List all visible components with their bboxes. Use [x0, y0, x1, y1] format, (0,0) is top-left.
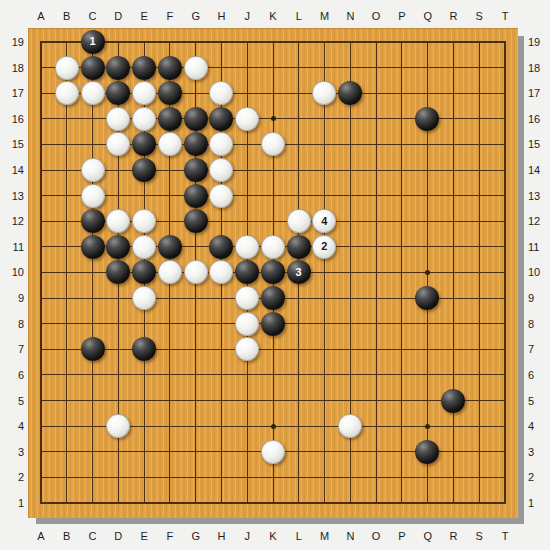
intersection-A7[interactable]: [28, 337, 54, 363]
intersection-B12[interactable]: [54, 208, 80, 234]
intersection-C12[interactable]: [80, 208, 106, 234]
intersection-T4[interactable]: [492, 413, 518, 439]
intersection-S4[interactable]: [466, 413, 492, 439]
intersection-O15[interactable]: [363, 132, 389, 158]
intersection-J13[interactable]: [234, 183, 260, 209]
intersection-H8[interactable]: [208, 311, 234, 337]
intersection-B8[interactable]: [54, 311, 80, 337]
intersection-F8[interactable]: [157, 311, 183, 337]
intersection-T13[interactable]: [492, 183, 518, 209]
intersection-O16[interactable]: [363, 106, 389, 132]
intersection-E19[interactable]: [131, 29, 157, 55]
intersection-T15[interactable]: [492, 132, 518, 158]
intersection-N7[interactable]: [337, 337, 363, 363]
intersection-S14[interactable]: [466, 157, 492, 183]
intersection-F7[interactable]: [157, 337, 183, 363]
intersection-H9[interactable]: [208, 285, 234, 311]
intersection-G19[interactable]: [183, 29, 209, 55]
intersection-F9[interactable]: [157, 285, 183, 311]
intersection-A14[interactable]: [28, 157, 54, 183]
intersection-T9[interactable]: [492, 285, 518, 311]
intersection-S3[interactable]: [466, 439, 492, 465]
intersection-B9[interactable]: [54, 285, 80, 311]
intersection-D16[interactable]: [105, 106, 131, 132]
intersection-C8[interactable]: [80, 311, 106, 337]
intersection-L16[interactable]: [286, 106, 312, 132]
intersection-C10[interactable]: [80, 260, 106, 286]
intersection-N4[interactable]: [337, 413, 363, 439]
intersection-N8[interactable]: [337, 311, 363, 337]
intersection-B13[interactable]: [54, 183, 80, 209]
intersection-D11[interactable]: [105, 234, 131, 260]
intersection-D17[interactable]: [105, 80, 131, 106]
intersection-L1[interactable]: [286, 490, 312, 516]
intersection-B4[interactable]: [54, 413, 80, 439]
intersection-E10[interactable]: [131, 260, 157, 286]
intersection-A9[interactable]: [28, 285, 54, 311]
intersection-F3[interactable]: [157, 439, 183, 465]
intersection-H18[interactable]: [208, 55, 234, 81]
intersection-K5[interactable]: [260, 388, 286, 414]
intersection-R7[interactable]: [440, 337, 466, 363]
intersection-T14[interactable]: [492, 157, 518, 183]
intersection-B19[interactable]: [54, 29, 80, 55]
intersection-B14[interactable]: [54, 157, 80, 183]
intersection-S1[interactable]: [466, 490, 492, 516]
intersection-D7[interactable]: [105, 337, 131, 363]
intersection-R10[interactable]: [440, 260, 466, 286]
intersection-F4[interactable]: [157, 413, 183, 439]
intersection-A19[interactable]: [28, 29, 54, 55]
intersection-M13[interactable]: [312, 183, 338, 209]
intersection-C3[interactable]: [80, 439, 106, 465]
intersection-O12[interactable]: [363, 208, 389, 234]
intersection-G15[interactable]: [183, 132, 209, 158]
intersection-H1[interactable]: [208, 490, 234, 516]
intersection-E8[interactable]: [131, 311, 157, 337]
intersection-J16[interactable]: [234, 106, 260, 132]
intersection-J8[interactable]: [234, 311, 260, 337]
intersection-G13[interactable]: [183, 183, 209, 209]
intersection-T11[interactable]: [492, 234, 518, 260]
intersection-K2[interactable]: [260, 465, 286, 491]
intersection-P10[interactable]: [389, 260, 415, 286]
intersection-P12[interactable]: [389, 208, 415, 234]
intersection-F10[interactable]: [157, 260, 183, 286]
intersection-S16[interactable]: [466, 106, 492, 132]
intersection-L8[interactable]: [286, 311, 312, 337]
intersection-H19[interactable]: [208, 29, 234, 55]
intersection-L11[interactable]: [286, 234, 312, 260]
intersection-F5[interactable]: [157, 388, 183, 414]
intersection-S9[interactable]: [466, 285, 492, 311]
intersection-O9[interactable]: [363, 285, 389, 311]
intersection-C1[interactable]: [80, 490, 106, 516]
intersection-C6[interactable]: [80, 362, 106, 388]
intersection-P19[interactable]: [389, 29, 415, 55]
intersection-H11[interactable]: [208, 234, 234, 260]
intersection-M12[interactable]: 4: [312, 208, 338, 234]
intersection-A11[interactable]: [28, 234, 54, 260]
intersection-Q17[interactable]: [415, 80, 441, 106]
intersection-E13[interactable]: [131, 183, 157, 209]
intersection-J18[interactable]: [234, 55, 260, 81]
intersection-B15[interactable]: [54, 132, 80, 158]
intersection-R13[interactable]: [440, 183, 466, 209]
intersection-J3[interactable]: [234, 439, 260, 465]
intersection-M14[interactable]: [312, 157, 338, 183]
intersection-D8[interactable]: [105, 311, 131, 337]
intersection-F18[interactable]: [157, 55, 183, 81]
intersection-F19[interactable]: [157, 29, 183, 55]
intersection-R2[interactable]: [440, 465, 466, 491]
intersection-C16[interactable]: [80, 106, 106, 132]
intersection-L19[interactable]: [286, 29, 312, 55]
intersection-O6[interactable]: [363, 362, 389, 388]
intersection-T6[interactable]: [492, 362, 518, 388]
intersection-Q11[interactable]: [415, 234, 441, 260]
intersection-S8[interactable]: [466, 311, 492, 337]
intersection-T12[interactable]: [492, 208, 518, 234]
intersection-E3[interactable]: [131, 439, 157, 465]
intersection-K16[interactable]: [260, 106, 286, 132]
intersection-E11[interactable]: [131, 234, 157, 260]
intersection-M10[interactable]: [312, 260, 338, 286]
intersection-D15[interactable]: [105, 132, 131, 158]
intersection-N10[interactable]: [337, 260, 363, 286]
intersection-L3[interactable]: [286, 439, 312, 465]
intersection-N1[interactable]: [337, 490, 363, 516]
intersection-K18[interactable]: [260, 55, 286, 81]
intersection-H5[interactable]: [208, 388, 234, 414]
intersection-S5[interactable]: [466, 388, 492, 414]
intersection-N17[interactable]: [337, 80, 363, 106]
intersection-H3[interactable]: [208, 439, 234, 465]
intersection-O8[interactable]: [363, 311, 389, 337]
intersection-O2[interactable]: [363, 465, 389, 491]
intersection-P17[interactable]: [389, 80, 415, 106]
intersection-O5[interactable]: [363, 388, 389, 414]
intersection-L12[interactable]: [286, 208, 312, 234]
intersection-H10[interactable]: [208, 260, 234, 286]
intersection-N11[interactable]: [337, 234, 363, 260]
intersection-M9[interactable]: [312, 285, 338, 311]
intersection-B5[interactable]: [54, 388, 80, 414]
intersection-Q9[interactable]: [415, 285, 441, 311]
intersection-J2[interactable]: [234, 465, 260, 491]
intersection-L18[interactable]: [286, 55, 312, 81]
intersection-L7[interactable]: [286, 337, 312, 363]
intersection-Q3[interactable]: [415, 439, 441, 465]
intersection-R9[interactable]: [440, 285, 466, 311]
intersection-H16[interactable]: [208, 106, 234, 132]
intersection-Q18[interactable]: [415, 55, 441, 81]
intersection-G2[interactable]: [183, 465, 209, 491]
intersection-J9[interactable]: [234, 285, 260, 311]
intersection-H4[interactable]: [208, 413, 234, 439]
intersection-A12[interactable]: [28, 208, 54, 234]
intersection-E7[interactable]: [131, 337, 157, 363]
intersection-L15[interactable]: [286, 132, 312, 158]
intersection-Q1[interactable]: [415, 490, 441, 516]
intersection-D10[interactable]: [105, 260, 131, 286]
intersection-Q13[interactable]: [415, 183, 441, 209]
intersection-P6[interactable]: [389, 362, 415, 388]
intersection-L5[interactable]: [286, 388, 312, 414]
intersection-M7[interactable]: [312, 337, 338, 363]
intersection-N16[interactable]: [337, 106, 363, 132]
intersection-A10[interactable]: [28, 260, 54, 286]
intersection-R18[interactable]: [440, 55, 466, 81]
intersection-M4[interactable]: [312, 413, 338, 439]
intersection-G14[interactable]: [183, 157, 209, 183]
intersection-S12[interactable]: [466, 208, 492, 234]
intersection-C18[interactable]: [80, 55, 106, 81]
intersection-M17[interactable]: [312, 80, 338, 106]
intersection-A16[interactable]: [28, 106, 54, 132]
intersection-E5[interactable]: [131, 388, 157, 414]
intersection-Q7[interactable]: [415, 337, 441, 363]
intersection-D14[interactable]: [105, 157, 131, 183]
intersection-L4[interactable]: [286, 413, 312, 439]
intersection-S17[interactable]: [466, 80, 492, 106]
intersection-G4[interactable]: [183, 413, 209, 439]
intersection-A18[interactable]: [28, 55, 54, 81]
intersection-O3[interactable]: [363, 439, 389, 465]
intersection-E17[interactable]: [131, 80, 157, 106]
intersection-G5[interactable]: [183, 388, 209, 414]
intersection-C14[interactable]: [80, 157, 106, 183]
intersection-P18[interactable]: [389, 55, 415, 81]
intersection-H17[interactable]: [208, 80, 234, 106]
intersection-Q14[interactable]: [415, 157, 441, 183]
intersection-J5[interactable]: [234, 388, 260, 414]
intersection-E16[interactable]: [131, 106, 157, 132]
intersection-B2[interactable]: [54, 465, 80, 491]
intersection-G7[interactable]: [183, 337, 209, 363]
intersection-E15[interactable]: [131, 132, 157, 158]
intersection-G10[interactable]: [183, 260, 209, 286]
intersection-D6[interactable]: [105, 362, 131, 388]
intersection-P15[interactable]: [389, 132, 415, 158]
intersection-P11[interactable]: [389, 234, 415, 260]
intersection-A6[interactable]: [28, 362, 54, 388]
intersection-A3[interactable]: [28, 439, 54, 465]
intersection-K4[interactable]: [260, 413, 286, 439]
intersection-E14[interactable]: [131, 157, 157, 183]
intersection-N14[interactable]: [337, 157, 363, 183]
intersection-P3[interactable]: [389, 439, 415, 465]
intersection-R16[interactable]: [440, 106, 466, 132]
intersection-A15[interactable]: [28, 132, 54, 158]
intersection-J17[interactable]: [234, 80, 260, 106]
intersection-R1[interactable]: [440, 490, 466, 516]
intersection-S2[interactable]: [466, 465, 492, 491]
intersection-F15[interactable]: [157, 132, 183, 158]
intersection-G16[interactable]: [183, 106, 209, 132]
intersection-K12[interactable]: [260, 208, 286, 234]
intersection-R14[interactable]: [440, 157, 466, 183]
intersection-A13[interactable]: [28, 183, 54, 209]
intersection-D4[interactable]: [105, 413, 131, 439]
intersection-F17[interactable]: [157, 80, 183, 106]
intersection-K10[interactable]: [260, 260, 286, 286]
intersection-B1[interactable]: [54, 490, 80, 516]
intersection-B6[interactable]: [54, 362, 80, 388]
intersection-B18[interactable]: [54, 55, 80, 81]
intersection-C7[interactable]: [80, 337, 106, 363]
intersection-D2[interactable]: [105, 465, 131, 491]
intersection-O10[interactable]: [363, 260, 389, 286]
intersection-Q19[interactable]: [415, 29, 441, 55]
intersection-K13[interactable]: [260, 183, 286, 209]
intersection-F6[interactable]: [157, 362, 183, 388]
intersection-B17[interactable]: [54, 80, 80, 106]
intersection-E18[interactable]: [131, 55, 157, 81]
intersection-D13[interactable]: [105, 183, 131, 209]
intersection-P2[interactable]: [389, 465, 415, 491]
intersection-O19[interactable]: [363, 29, 389, 55]
intersection-M6[interactable]: [312, 362, 338, 388]
intersection-P5[interactable]: [389, 388, 415, 414]
intersection-K6[interactable]: [260, 362, 286, 388]
intersection-L13[interactable]: [286, 183, 312, 209]
intersection-J11[interactable]: [234, 234, 260, 260]
intersection-F1[interactable]: [157, 490, 183, 516]
intersection-F12[interactable]: [157, 208, 183, 234]
intersection-S18[interactable]: [466, 55, 492, 81]
intersection-R6[interactable]: [440, 362, 466, 388]
intersection-K14[interactable]: [260, 157, 286, 183]
intersection-N15[interactable]: [337, 132, 363, 158]
intersection-P1[interactable]: [389, 490, 415, 516]
intersection-F11[interactable]: [157, 234, 183, 260]
intersection-C4[interactable]: [80, 413, 106, 439]
intersection-G6[interactable]: [183, 362, 209, 388]
intersection-S10[interactable]: [466, 260, 492, 286]
intersection-Q8[interactable]: [415, 311, 441, 337]
intersection-L2[interactable]: [286, 465, 312, 491]
intersection-D3[interactable]: [105, 439, 131, 465]
intersection-N5[interactable]: [337, 388, 363, 414]
intersection-T17[interactable]: [492, 80, 518, 106]
intersection-T19[interactable]: [492, 29, 518, 55]
intersection-M1[interactable]: [312, 490, 338, 516]
intersection-R5[interactable]: [440, 388, 466, 414]
intersection-H7[interactable]: [208, 337, 234, 363]
intersection-E9[interactable]: [131, 285, 157, 311]
intersection-L14[interactable]: [286, 157, 312, 183]
intersection-F16[interactable]: [157, 106, 183, 132]
intersection-R12[interactable]: [440, 208, 466, 234]
intersection-K19[interactable]: [260, 29, 286, 55]
intersection-D12[interactable]: [105, 208, 131, 234]
intersection-D19[interactable]: [105, 29, 131, 55]
intersection-K9[interactable]: [260, 285, 286, 311]
intersection-M11[interactable]: 2: [312, 234, 338, 260]
intersection-N13[interactable]: [337, 183, 363, 209]
intersection-E1[interactable]: [131, 490, 157, 516]
intersection-C9[interactable]: [80, 285, 106, 311]
intersection-A17[interactable]: [28, 80, 54, 106]
intersection-O4[interactable]: [363, 413, 389, 439]
intersection-S11[interactable]: [466, 234, 492, 260]
intersection-M19[interactable]: [312, 29, 338, 55]
intersection-D9[interactable]: [105, 285, 131, 311]
intersection-L17[interactable]: [286, 80, 312, 106]
intersection-B7[interactable]: [54, 337, 80, 363]
intersection-E12[interactable]: [131, 208, 157, 234]
intersection-B3[interactable]: [54, 439, 80, 465]
intersection-M5[interactable]: [312, 388, 338, 414]
intersection-B16[interactable]: [54, 106, 80, 132]
intersection-T2[interactable]: [492, 465, 518, 491]
intersection-A1[interactable]: [28, 490, 54, 516]
intersection-K1[interactable]: [260, 490, 286, 516]
intersection-E2[interactable]: [131, 465, 157, 491]
intersection-H6[interactable]: [208, 362, 234, 388]
intersection-A4[interactable]: [28, 413, 54, 439]
intersection-C11[interactable]: [80, 234, 106, 260]
intersection-H14[interactable]: [208, 157, 234, 183]
intersection-H12[interactable]: [208, 208, 234, 234]
intersection-R19[interactable]: [440, 29, 466, 55]
intersection-N18[interactable]: [337, 55, 363, 81]
intersection-R17[interactable]: [440, 80, 466, 106]
intersection-T3[interactable]: [492, 439, 518, 465]
intersection-O14[interactable]: [363, 157, 389, 183]
intersection-N3[interactable]: [337, 439, 363, 465]
intersection-G18[interactable]: [183, 55, 209, 81]
intersection-J7[interactable]: [234, 337, 260, 363]
intersection-A2[interactable]: [28, 465, 54, 491]
intersection-P13[interactable]: [389, 183, 415, 209]
intersection-G12[interactable]: [183, 208, 209, 234]
intersection-K3[interactable]: [260, 439, 286, 465]
intersection-P9[interactable]: [389, 285, 415, 311]
intersection-F13[interactable]: [157, 183, 183, 209]
intersection-F14[interactable]: [157, 157, 183, 183]
intersection-M8[interactable]: [312, 311, 338, 337]
intersection-P8[interactable]: [389, 311, 415, 337]
intersection-Q15[interactable]: [415, 132, 441, 158]
intersection-J4[interactable]: [234, 413, 260, 439]
intersection-S6[interactable]: [466, 362, 492, 388]
intersection-J10[interactable]: [234, 260, 260, 286]
intersection-T8[interactable]: [492, 311, 518, 337]
intersection-K8[interactable]: [260, 311, 286, 337]
intersection-G3[interactable]: [183, 439, 209, 465]
intersection-H2[interactable]: [208, 465, 234, 491]
intersection-O13[interactable]: [363, 183, 389, 209]
intersection-R8[interactable]: [440, 311, 466, 337]
intersection-K17[interactable]: [260, 80, 286, 106]
intersection-P7[interactable]: [389, 337, 415, 363]
intersection-Q5[interactable]: [415, 388, 441, 414]
intersection-Q10[interactable]: [415, 260, 441, 286]
intersection-S7[interactable]: [466, 337, 492, 363]
intersection-N9[interactable]: [337, 285, 363, 311]
intersection-J15[interactable]: [234, 132, 260, 158]
intersection-R11[interactable]: [440, 234, 466, 260]
intersection-N6[interactable]: [337, 362, 363, 388]
intersection-P14[interactable]: [389, 157, 415, 183]
intersection-J14[interactable]: [234, 157, 260, 183]
intersection-T5[interactable]: [492, 388, 518, 414]
intersection-L10[interactable]: 3: [286, 260, 312, 286]
intersection-Q2[interactable]: [415, 465, 441, 491]
intersection-E6[interactable]: [131, 362, 157, 388]
